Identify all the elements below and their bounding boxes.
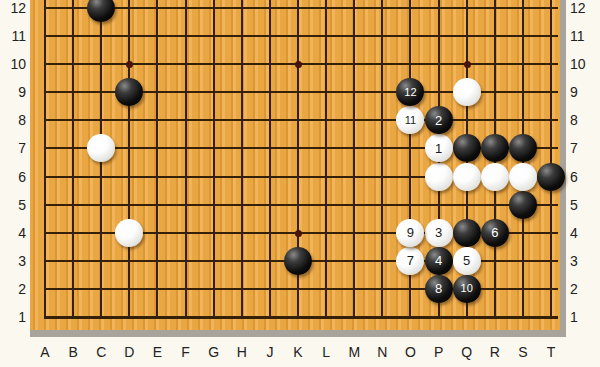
star-point-D10	[126, 61, 133, 68]
row-label-left-11: 11	[0, 28, 26, 44]
move-4-black-stone-P3: 4	[425, 247, 453, 275]
col-label-O: O	[396, 344, 424, 360]
row-label-right-6: 6	[570, 169, 596, 185]
move-number: 9	[407, 226, 414, 239]
move-8-black-stone-P2: 8	[425, 275, 453, 303]
row-label-right-7: 7	[570, 140, 596, 156]
black-stone-Q4	[453, 219, 481, 247]
row-label-left-6: 6	[0, 169, 26, 185]
col-label-M: M	[340, 344, 368, 360]
white-stone-D4	[115, 219, 143, 247]
grid-line-col-D	[128, 0, 130, 318]
move-10-black-stone-Q2: 10	[453, 275, 481, 303]
col-label-H: H	[228, 344, 256, 360]
black-stone-Q7	[453, 134, 481, 162]
move-3-white-stone-P4: 3	[425, 219, 453, 247]
col-label-T: T	[537, 344, 565, 360]
move-number: 10	[461, 283, 473, 294]
move-number: 11	[405, 115, 416, 126]
grid-line-col-B	[72, 0, 74, 318]
grid-line-col-H	[241, 0, 243, 318]
col-label-P: P	[425, 344, 453, 360]
grid-line-row-2	[44, 288, 558, 290]
row-label-left-3: 3	[0, 253, 26, 269]
row-label-right-4: 4	[570, 225, 596, 241]
star-point-K4	[295, 230, 302, 237]
row-label-left-4: 4	[0, 225, 26, 241]
move-number: 6	[491, 226, 498, 239]
white-stone-Q9	[453, 78, 481, 106]
grid-line-row-11	[44, 35, 558, 37]
grid-line-col-A	[44, 0, 46, 318]
star-point-K10	[295, 61, 302, 68]
row-label-left-1: 1	[0, 309, 26, 325]
col-label-G: G	[200, 344, 228, 360]
row-label-left-10: 10	[0, 56, 26, 72]
move-number: 2	[435, 114, 442, 127]
go-board-diagram: 121211111010998877665544332211ABCDEFGHJK…	[0, 0, 600, 367]
row-label-right-10: 10	[570, 56, 596, 72]
grid-line-row-8	[44, 119, 558, 121]
col-label-D: D	[115, 344, 143, 360]
row-label-left-8: 8	[0, 112, 26, 128]
col-label-E: E	[143, 344, 171, 360]
row-label-left-5: 5	[0, 197, 26, 213]
row-label-right-2: 2	[570, 281, 596, 297]
grid-line-row-12	[44, 7, 558, 9]
col-label-R: R	[481, 344, 509, 360]
col-label-K: K	[284, 344, 312, 360]
grid-line-col-L	[325, 0, 327, 318]
move-number: 1	[435, 142, 442, 155]
grid-line-row-1	[44, 316, 558, 319]
move-5-white-stone-Q3: 5	[453, 247, 481, 275]
row-label-left-2: 2	[0, 281, 26, 297]
move-number: 4	[435, 254, 442, 267]
white-stone-P6	[425, 163, 453, 191]
col-label-B: B	[59, 344, 87, 360]
grid-line-col-T	[550, 0, 552, 318]
white-stone-S6	[509, 163, 537, 191]
move-number: 8	[435, 282, 442, 295]
grid-line-col-M	[353, 0, 355, 318]
move-number: 3	[435, 226, 442, 239]
star-point-Q10	[464, 61, 471, 68]
grid-line-col-N	[381, 0, 383, 318]
row-label-left-9: 9	[0, 84, 26, 100]
move-number: 7	[407, 254, 414, 267]
move-number: 5	[463, 254, 470, 267]
black-stone-T6	[537, 163, 565, 191]
col-label-S: S	[509, 344, 537, 360]
move-1-white-stone-P7: 1	[425, 134, 453, 162]
move-9-white-stone-O4: 9	[396, 219, 424, 247]
grid-line-col-F	[185, 0, 187, 318]
col-label-L: L	[312, 344, 340, 360]
row-label-right-5: 5	[570, 197, 596, 213]
white-stone-R6	[481, 163, 509, 191]
grid-line-row-5	[44, 204, 558, 206]
move-number: 12	[404, 87, 416, 98]
row-label-left-7: 7	[0, 140, 26, 156]
col-label-C: C	[87, 344, 115, 360]
move-2-black-stone-P8: 2	[425, 106, 453, 134]
grid-line-col-J	[269, 0, 271, 318]
grid-line-col-E	[156, 0, 158, 318]
col-label-F: F	[172, 344, 200, 360]
move-6-black-stone-R4: 6	[481, 219, 509, 247]
row-label-right-3: 3	[570, 253, 596, 269]
black-stone-K3	[284, 247, 312, 275]
col-label-J: J	[256, 344, 284, 360]
col-label-N: N	[368, 344, 396, 360]
col-label-Q: Q	[453, 344, 481, 360]
col-label-A: A	[31, 344, 59, 360]
white-stone-Q6	[453, 163, 481, 191]
grid-line-col-G	[213, 0, 215, 318]
row-label-right-1: 1	[570, 309, 596, 325]
row-label-right-12: 12	[570, 0, 596, 16]
black-stone-S5	[509, 191, 537, 219]
row-label-right-9: 9	[570, 84, 596, 100]
row-label-left-12: 12	[0, 0, 26, 16]
row-label-right-8: 8	[570, 112, 596, 128]
row-label-right-11: 11	[570, 28, 596, 44]
